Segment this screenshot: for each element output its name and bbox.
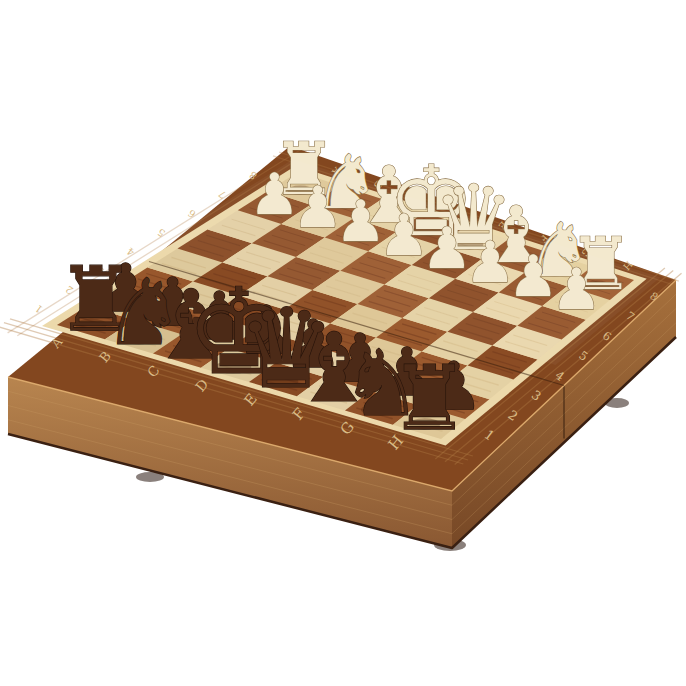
rank-label-back-6: 6	[186, 207, 198, 220]
rank-label-back-1: 1	[33, 303, 45, 316]
rank-label-back-5: 5	[155, 226, 167, 239]
piece-dark-rook-h1[interactable]: ♜	[389, 346, 469, 450]
photo-stage: AABBCCDDEEFFGGHH1122334455667788♜♞♝♚♛♝♞♜…	[0, 0, 686, 686]
chess-set-photo: AABBCCDDEEFFGGHH1122334455667788♜♞♝♚♛♝♞♜…	[0, 0, 686, 686]
